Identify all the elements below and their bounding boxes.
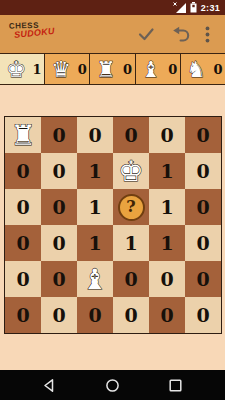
board-cell-e1[interactable]: 0	[149, 297, 185, 333]
tray-knight-button[interactable]: ♞ 0	[181, 54, 225, 84]
attack-count: 0	[16, 196, 29, 218]
attack-count: 0	[160, 304, 173, 326]
attack-count: 1	[160, 160, 173, 182]
attack-count: 0	[88, 124, 101, 146]
status-bar: 2:31	[0, 0, 225, 15]
recents-icon[interactable]	[168, 378, 183, 393]
board-cell-c6[interactable]: 0	[77, 117, 113, 153]
app-screen: 2:31 CHESS SUDOKU	[0, 0, 225, 400]
signal-icon	[173, 2, 186, 13]
svg-text:♚: ♚	[118, 155, 143, 188]
board-cell-b4[interactable]: 0	[41, 189, 77, 225]
attack-count: 0	[52, 160, 65, 182]
board-cell-e6[interactable]: 0	[149, 117, 185, 153]
back-icon[interactable]	[42, 378, 57, 393]
board-cell-e4[interactable]: 1	[149, 189, 185, 225]
rook-count: 0	[123, 62, 132, 77]
board-cell-e3[interactable]: 1	[149, 225, 185, 261]
board-cell-b2[interactable]: 0	[41, 261, 77, 297]
home-icon[interactable]	[105, 378, 120, 393]
attack-count: 0	[196, 232, 209, 254]
attack-count: 0	[196, 124, 209, 146]
bishop-count: 0	[168, 62, 177, 77]
svg-text:♜: ♜	[96, 57, 116, 82]
board-cell-d3[interactable]: 1	[113, 225, 149, 261]
tray-king-button[interactable]: ♚ 1	[0, 54, 45, 84]
attack-count: 0	[16, 304, 29, 326]
attack-count: 0	[52, 124, 65, 146]
white-queen-icon: ♛	[48, 56, 74, 82]
board-cell-a5[interactable]: 0	[5, 153, 41, 189]
board-cell-f3[interactable]: 0	[185, 225, 221, 261]
board-cell-b6[interactable]: 0	[41, 117, 77, 153]
attack-count: 1	[88, 232, 101, 254]
svg-text:♜: ♜	[10, 119, 35, 152]
attack-count: 0	[52, 268, 65, 290]
app-logo: CHESS SUDOKU	[9, 21, 55, 39]
board-cell-a2[interactable]: 0	[5, 261, 41, 297]
board-cell-a3[interactable]: 0	[5, 225, 41, 261]
attack-count: 0	[196, 268, 209, 290]
white-king-icon: ♚	[3, 56, 29, 82]
attack-count: 0	[52, 232, 65, 254]
board-cell-f6[interactable]: 0	[185, 117, 221, 153]
board-cell-f1[interactable]: 0	[185, 297, 221, 333]
white-rook-icon: ♜	[93, 56, 119, 82]
attack-count: 0	[52, 304, 65, 326]
attack-count: 0	[160, 124, 173, 146]
attack-count: 0	[196, 304, 209, 326]
white-bishop-piece: ♝	[78, 262, 112, 296]
attack-count: 1	[88, 196, 101, 218]
board-cell-f2[interactable]: 0	[185, 261, 221, 297]
app-bar: CHESS SUDOKU	[0, 15, 225, 53]
white-bishop-icon: ♝	[138, 56, 164, 82]
tray-bishop-button[interactable]: ♝ 0	[136, 54, 181, 84]
attack-count: 0	[196, 196, 209, 218]
piece-tray: ♚ 1 ♛ 0 ♜ 0 ♝ 0 ♞ 0	[0, 53, 225, 85]
attack-count: 1	[124, 232, 137, 254]
board-cell-d5[interactable]: ♚	[113, 153, 149, 189]
board-cell-e5[interactable]: 1	[149, 153, 185, 189]
board-cell-c2[interactable]: ♝	[77, 261, 113, 297]
board-cell-c1[interactable]: 0	[77, 297, 113, 333]
attack-count: 0	[52, 196, 65, 218]
board-cell-e2[interactable]: 0	[149, 261, 185, 297]
board-cell-f4[interactable]: 0	[185, 189, 221, 225]
logo-line-sudoku: SUDOKU	[14, 27, 56, 40]
android-nav-bar	[0, 370, 225, 400]
attack-count: 1	[160, 196, 173, 218]
overflow-menu-button[interactable]	[200, 25, 214, 43]
tray-rook-button[interactable]: ♜ 0	[90, 54, 135, 84]
board-cell-b1[interactable]: 0	[41, 297, 77, 333]
svg-text:♛: ♛	[51, 57, 71, 82]
board-cell-c3[interactable]: 1	[77, 225, 113, 261]
battery-icon	[190, 2, 197, 13]
attack-count: 0	[16, 268, 29, 290]
attack-count: 0	[160, 268, 173, 290]
attack-count: 0	[16, 160, 29, 182]
attack-count: 0	[16, 232, 29, 254]
board-cell-d1[interactable]: 0	[113, 297, 149, 333]
board-cell-c5[interactable]: 1	[77, 153, 113, 189]
question-mark: ?	[126, 199, 135, 215]
white-rook-piece: ♜	[6, 118, 40, 152]
board-cell-b5[interactable]: 0	[41, 153, 77, 189]
check-icon	[137, 26, 155, 42]
svg-text:♞: ♞	[187, 57, 207, 82]
attack-count: 0	[196, 160, 209, 182]
overflow-menu-icon	[205, 26, 210, 43]
attack-count: 0	[124, 268, 137, 290]
attack-count: 0	[88, 304, 101, 326]
board-cell-d2[interactable]: 0	[113, 261, 149, 297]
mystery-cell-badge: ?	[118, 194, 145, 221]
attack-count: 1	[160, 232, 173, 254]
board: ♜00000001♚10001?1000111000♝000000000	[4, 116, 222, 334]
white-knight-icon: ♞	[183, 56, 209, 82]
queen-count: 0	[78, 62, 87, 77]
board-cell-d4[interactable]: ?	[113, 189, 149, 225]
board-cell-c4[interactable]: 1	[77, 189, 113, 225]
board-cell-a4[interactable]: 0	[5, 189, 41, 225]
confirm-button[interactable]	[136, 25, 156, 43]
tray-queen-button[interactable]: ♛ 0	[45, 54, 90, 84]
svg-text:♝: ♝	[141, 57, 161, 82]
svg-text:♝: ♝	[82, 263, 107, 296]
knight-count: 0	[213, 62, 222, 77]
undo-icon	[171, 26, 190, 43]
board-cell-b3[interactable]: 0	[41, 225, 77, 261]
attack-count: 0	[124, 304, 137, 326]
board-cell-a6[interactable]: ♜	[5, 117, 41, 153]
white-king-piece: ♚	[114, 154, 148, 188]
attack-count: 1	[88, 160, 101, 182]
undo-button[interactable]	[170, 25, 190, 43]
clock-time: 2:31	[201, 3, 220, 13]
attack-count: 0	[124, 124, 137, 146]
board-cell-d6[interactable]: 0	[113, 117, 149, 153]
board-cell-f5[interactable]: 0	[185, 153, 221, 189]
svg-text:♚: ♚	[6, 57, 26, 82]
king-count: 1	[33, 62, 42, 77]
board-cell-a1[interactable]: 0	[5, 297, 41, 333]
